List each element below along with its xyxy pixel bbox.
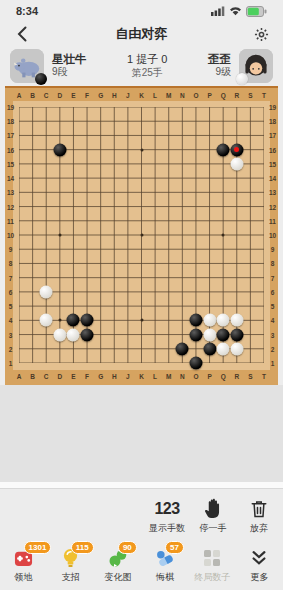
black-stone-indicator bbox=[35, 73, 47, 85]
coord-col-E: E bbox=[71, 373, 75, 380]
coord-row-4: 4 bbox=[271, 317, 275, 324]
coord-col-M: M bbox=[166, 92, 171, 99]
star-point-D4 bbox=[58, 319, 61, 322]
stone-C4-white bbox=[40, 314, 53, 327]
coord-col-B: B bbox=[30, 92, 35, 99]
stone-R4-white bbox=[230, 314, 243, 327]
signal-icon bbox=[211, 6, 225, 16]
final-count-button: 终局数子 bbox=[189, 548, 236, 584]
game-controls: 123 显示手数 停一手 放弃 bbox=[0, 488, 283, 542]
stone-D16-black bbox=[53, 143, 66, 156]
stone-Q3-black bbox=[217, 328, 230, 341]
coord-col-Q: Q bbox=[221, 92, 226, 99]
stone-O3-black bbox=[189, 328, 202, 341]
stone-P4-white bbox=[203, 314, 216, 327]
bottom-toolbar: 1301 领地 115 支招 90 变化图 57 悔棋 bbox=[0, 542, 283, 590]
coord-col-A: A bbox=[17, 373, 22, 380]
coord-col-K: K bbox=[139, 373, 144, 380]
wifi-icon bbox=[229, 6, 242, 16]
show-move-numbers-button[interactable]: 123 显示手数 bbox=[144, 497, 190, 535]
coord-col-S: S bbox=[248, 373, 252, 380]
white-player-avatar[interactable] bbox=[239, 49, 273, 83]
battery-icon bbox=[246, 6, 267, 17]
coord-row-19: 19 bbox=[7, 104, 14, 111]
coord-col-B: B bbox=[30, 373, 35, 380]
coord-col-P: P bbox=[207, 92, 211, 99]
coord-row-8: 8 bbox=[9, 260, 13, 267]
coord-row-14: 14 bbox=[7, 175, 14, 182]
more-button[interactable]: 更多 bbox=[236, 548, 283, 584]
coord-row-11: 11 bbox=[7, 217, 14, 224]
territory-badge: 1301 bbox=[24, 541, 52, 554]
coord-row-5: 5 bbox=[9, 303, 13, 310]
white-player-info: 歪歪 9级 bbox=[208, 52, 231, 79]
column-labels-top: ABCDEFGHJKLMNOPQRST bbox=[19, 90, 264, 100]
coord-row-18: 18 bbox=[7, 118, 14, 125]
trash-icon bbox=[250, 499, 268, 519]
black-player-name: 星壮牛 bbox=[52, 52, 87, 66]
coord-col-A: A bbox=[17, 92, 22, 99]
capture-count: 1 提子 0 bbox=[127, 52, 167, 66]
coord-col-O: O bbox=[193, 373, 198, 380]
coord-row-2: 2 bbox=[9, 345, 13, 352]
white-stone-indicator bbox=[236, 73, 248, 85]
coord-row-13: 13 bbox=[269, 189, 276, 196]
counting-grid-icon bbox=[203, 549, 221, 567]
coord-col-J: J bbox=[126, 92, 130, 99]
coord-col-C: C bbox=[44, 92, 49, 99]
header: 自由对弈 bbox=[0, 22, 283, 46]
star-point-K10 bbox=[140, 234, 143, 237]
game-status: 1 提子 0 第25手 bbox=[95, 52, 201, 79]
coord-col-L: L bbox=[153, 373, 157, 380]
last-move-marker bbox=[234, 147, 239, 152]
coord-col-T: T bbox=[262, 92, 266, 99]
star-point-D10 bbox=[58, 234, 61, 237]
territory-button[interactable]: 1301 领地 bbox=[0, 548, 47, 584]
go-board[interactable]: ABCDEFGHJKLMNOPQRST ABCDEFGHJKLMNOPQRST … bbox=[5, 86, 278, 385]
variation-badge: 90 bbox=[118, 541, 137, 554]
coord-row-9: 9 bbox=[9, 246, 13, 253]
move-numbers-icon: 123 bbox=[154, 497, 179, 519]
coord-row-17: 17 bbox=[269, 132, 276, 139]
coord-row-1: 1 bbox=[9, 360, 13, 367]
row-labels-left: 19181716151413121110987654321 bbox=[5, 107, 16, 363]
coord-row-6: 6 bbox=[271, 288, 275, 295]
coord-col-K: K bbox=[139, 92, 144, 99]
status-bar: 8:34 bbox=[0, 0, 283, 22]
coord-col-F: F bbox=[85, 92, 89, 99]
stone-R2-white bbox=[230, 342, 243, 355]
stone-E4-black bbox=[67, 314, 80, 327]
row-labels-right: 19181716151413121110987654321 bbox=[267, 107, 278, 363]
coord-row-12: 12 bbox=[7, 203, 14, 210]
coord-col-D: D bbox=[57, 373, 62, 380]
board-grid[interactable] bbox=[19, 107, 264, 363]
resign-button[interactable]: 放弃 bbox=[236, 497, 282, 535]
stone-P2-black bbox=[203, 342, 216, 355]
stone-R3-black bbox=[230, 328, 243, 341]
column-labels-bottom: ABCDEFGHJKLMNOPQRST bbox=[19, 371, 264, 381]
stone-Q4-white bbox=[217, 314, 230, 327]
coord-col-S: S bbox=[248, 92, 252, 99]
page-title: 自由对弈 bbox=[116, 25, 168, 43]
app-screen: 8:34 自由对弈 bbox=[0, 0, 283, 590]
undo-button[interactable]: 57 悔棋 bbox=[142, 548, 189, 584]
hint-badge: 115 bbox=[71, 541, 94, 554]
coord-row-3: 3 bbox=[9, 331, 13, 338]
coord-row-19: 19 bbox=[269, 104, 276, 111]
coord-col-F: F bbox=[85, 373, 89, 380]
coord-col-G: G bbox=[98, 92, 103, 99]
coord-row-17: 17 bbox=[7, 132, 14, 139]
stone-O1-black bbox=[189, 357, 202, 370]
coord-col-R: R bbox=[234, 92, 239, 99]
star-point-K4 bbox=[140, 319, 143, 322]
coord-row-16: 16 bbox=[7, 146, 14, 153]
coord-col-D: D bbox=[57, 92, 62, 99]
stone-C6-white bbox=[40, 285, 53, 298]
variation-diagram-button[interactable]: 90 变化图 bbox=[94, 548, 141, 584]
undo-badge: 57 bbox=[165, 541, 184, 554]
white-player-rank: 9级 bbox=[208, 66, 231, 79]
coord-row-10: 10 bbox=[269, 232, 276, 239]
coord-row-9: 9 bbox=[271, 246, 275, 253]
hand-icon bbox=[204, 498, 223, 519]
coord-row-2: 2 bbox=[271, 345, 275, 352]
stone-Q2-white bbox=[217, 342, 230, 355]
coord-col-C: C bbox=[44, 373, 49, 380]
status-icons bbox=[211, 6, 267, 17]
coord-col-O: O bbox=[193, 92, 198, 99]
coord-col-N: N bbox=[180, 373, 185, 380]
coord-col-G: G bbox=[98, 373, 103, 380]
double-chevron-down-icon bbox=[250, 549, 268, 567]
coord-row-1: 1 bbox=[271, 360, 275, 367]
coord-row-10: 10 bbox=[7, 232, 14, 239]
coord-row-6: 6 bbox=[9, 288, 13, 295]
stone-N2-black bbox=[176, 342, 189, 355]
stone-D3-white bbox=[53, 328, 66, 341]
coord-row-15: 15 bbox=[269, 160, 276, 167]
coord-row-15: 15 bbox=[7, 160, 14, 167]
coord-col-R: R bbox=[234, 373, 239, 380]
coord-col-H: H bbox=[112, 373, 117, 380]
coord-row-11: 11 bbox=[269, 217, 276, 224]
players-bar: 星壮牛 9段 1 提子 0 第25手 歪歪 9级 bbox=[0, 46, 283, 85]
clock: 8:34 bbox=[16, 5, 38, 17]
empty-area bbox=[0, 385, 283, 482]
black-player-info: 星壮牛 9段 bbox=[52, 52, 87, 79]
coord-col-Q: Q bbox=[221, 373, 226, 380]
star-point-K16 bbox=[140, 148, 143, 151]
stone-F4-black bbox=[81, 314, 94, 327]
coord-col-M: M bbox=[166, 373, 171, 380]
coord-row-13: 13 bbox=[7, 189, 14, 196]
stone-P3-white bbox=[203, 328, 216, 341]
coord-col-H: H bbox=[112, 92, 117, 99]
coord-row-16: 16 bbox=[269, 146, 276, 153]
coord-col-J: J bbox=[126, 373, 130, 380]
black-player-avatar[interactable] bbox=[10, 49, 44, 83]
stone-R15-white bbox=[230, 157, 243, 170]
black-player-rank: 9段 bbox=[52, 66, 87, 79]
coord-col-L: L bbox=[153, 92, 157, 99]
coord-row-5: 5 bbox=[271, 303, 275, 310]
back-button[interactable] bbox=[12, 24, 32, 44]
coord-row-18: 18 bbox=[269, 118, 276, 125]
coord-col-P: P bbox=[207, 373, 211, 380]
coord-row-3: 3 bbox=[271, 331, 275, 338]
stone-Q16-black bbox=[217, 143, 230, 156]
coord-col-E: E bbox=[71, 92, 75, 99]
move-counter: 第25手 bbox=[132, 66, 163, 79]
coord-row-8: 8 bbox=[271, 260, 275, 267]
coord-row-7: 7 bbox=[271, 274, 275, 281]
stone-E3-white bbox=[67, 328, 80, 341]
coord-row-14: 14 bbox=[269, 175, 276, 182]
gear-icon bbox=[254, 27, 269, 42]
star-point-Q10 bbox=[222, 234, 225, 237]
coord-row-12: 12 bbox=[269, 203, 276, 210]
white-player-name: 歪歪 bbox=[208, 52, 231, 66]
coord-col-T: T bbox=[262, 373, 266, 380]
stone-F3-black bbox=[81, 328, 94, 341]
coord-row-4: 4 bbox=[9, 317, 13, 324]
coord-row-7: 7 bbox=[9, 274, 13, 281]
settings-button[interactable] bbox=[251, 24, 271, 44]
back-chevron-icon bbox=[17, 26, 27, 42]
stone-O4-black bbox=[189, 314, 202, 327]
coord-col-N: N bbox=[180, 92, 185, 99]
stone-R16-black bbox=[230, 143, 243, 156]
hint-button[interactable]: 115 支招 bbox=[47, 548, 94, 584]
pass-button[interactable]: 停一手 bbox=[190, 497, 236, 535]
